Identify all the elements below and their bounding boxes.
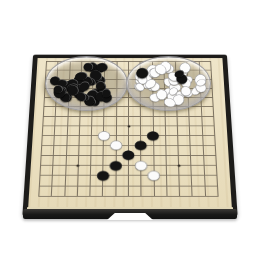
white-stone: ● — [134, 159, 147, 171]
black-heap-stone: ● — [74, 70, 88, 81]
black-stone: ● — [146, 129, 159, 141]
star-point — [177, 164, 180, 166]
black-stone: ● — [134, 139, 147, 151]
white-stones-bowl: ●●●●●●●●●●●●●●●●●●●●●●●●●●●●●●●●●●●●●●●●… — [126, 56, 211, 111]
black-stone: ● — [109, 159, 122, 171]
black-stone: ● — [96, 169, 110, 182]
black-heap-stone: ● — [135, 66, 148, 79]
star-point — [127, 125, 130, 127]
black-stone: ● — [122, 149, 135, 161]
white-stone: ● — [147, 169, 161, 182]
go-set-photo: ●●●●●●●●● ●●●●●●●●●●●●●●●●●●●●●●●●●●●●●●… — [0, 0, 260, 260]
black-stones-bowl: ●●●●●●●●●●●●●●●●●●●●●●●●●●●●●●●●●●●●●●●●… — [45, 56, 128, 111]
black-heap-stone: ● — [53, 84, 63, 94]
clasp-notch — [107, 213, 153, 220]
board-front-frame — [23, 209, 237, 219]
star-point — [77, 164, 80, 166]
white-stone: ● — [109, 139, 122, 151]
white-stone: ● — [97, 129, 110, 141]
black-heap-stone: ● — [96, 61, 109, 73]
